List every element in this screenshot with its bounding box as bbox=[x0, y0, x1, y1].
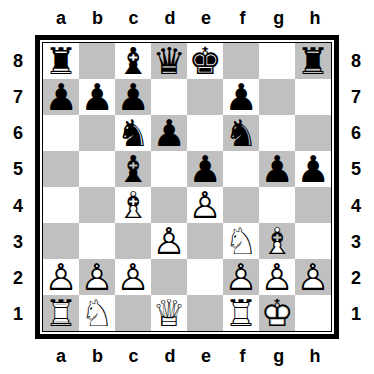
square-h7[interactable] bbox=[295, 79, 331, 115]
white-knight-icon: ♞♘ bbox=[79, 295, 115, 331]
square-c7[interactable]: ♟ bbox=[115, 79, 151, 115]
square-c4[interactable]: ♝♗ bbox=[115, 187, 151, 223]
white-rook-icon: ♜♖ bbox=[223, 295, 259, 331]
file-label-top-h: h bbox=[297, 3, 333, 33]
square-f3[interactable]: ♞♘ bbox=[223, 223, 259, 259]
square-f5[interactable] bbox=[223, 151, 259, 187]
square-e2[interactable] bbox=[187, 259, 223, 295]
square-f1[interactable]: ♜♖ bbox=[223, 295, 259, 331]
square-g4[interactable] bbox=[259, 187, 295, 223]
square-d1[interactable]: ♛♕ bbox=[151, 295, 187, 331]
white-pawn-icon: ♟♙ bbox=[151, 223, 187, 259]
white-king-icon: ♚♔ bbox=[259, 295, 295, 331]
black-rook-glyph: ♜ bbox=[295, 43, 331, 79]
file-label-bottom-f: f bbox=[224, 341, 260, 371]
file-label-top-b: b bbox=[79, 3, 115, 33]
file-label-top-g: g bbox=[261, 3, 297, 33]
square-h4[interactable] bbox=[295, 187, 331, 223]
square-c6[interactable]: ♞ bbox=[115, 115, 151, 151]
rank-label-right-2: 2 bbox=[341, 261, 371, 297]
black-bishop-glyph: ♝ bbox=[115, 151, 151, 187]
square-e3[interactable] bbox=[187, 223, 223, 259]
square-a7[interactable]: ♟ bbox=[43, 79, 79, 115]
black-rook-icon: ♜ bbox=[295, 43, 331, 79]
white-knight-outline: ♘ bbox=[223, 223, 259, 259]
square-h3[interactable] bbox=[295, 223, 331, 259]
chess-diagram: abcdefgh abcdefgh 87654321 87654321 ♜♝♛♚… bbox=[0, 0, 374, 374]
square-d4[interactable] bbox=[151, 187, 187, 223]
black-queen-glyph: ♛ bbox=[151, 43, 187, 79]
black-queen-icon: ♛ bbox=[151, 43, 187, 79]
square-e4[interactable]: ♟♙ bbox=[187, 187, 223, 223]
square-d6[interactable]: ♟ bbox=[151, 115, 187, 151]
rank-label-right-7: 7 bbox=[341, 79, 371, 115]
rank-label-left-1: 1 bbox=[3, 297, 33, 333]
white-pawn-outline: ♙ bbox=[223, 259, 259, 295]
rank-label-right-8: 8 bbox=[341, 43, 371, 79]
square-a6[interactable] bbox=[43, 115, 79, 151]
black-pawn-icon: ♟ bbox=[79, 79, 115, 115]
black-bishop-glyph: ♝ bbox=[115, 43, 151, 79]
black-knight-glyph: ♞ bbox=[115, 115, 151, 151]
file-label-top-c: c bbox=[116, 3, 152, 33]
rank-label-right-1: 1 bbox=[341, 297, 371, 333]
black-pawn-glyph: ♟ bbox=[115, 79, 151, 115]
white-knight-outline: ♘ bbox=[79, 295, 115, 331]
square-b5[interactable] bbox=[79, 151, 115, 187]
file-label-bottom-a: a bbox=[43, 341, 79, 371]
white-rook-outline: ♖ bbox=[43, 295, 79, 331]
rank-label-left-7: 7 bbox=[3, 79, 33, 115]
square-c1[interactable] bbox=[115, 295, 151, 331]
file-label-top-f: f bbox=[224, 3, 260, 33]
square-a8[interactable]: ♜ bbox=[43, 43, 79, 79]
rank-label-left-6: 6 bbox=[3, 116, 33, 152]
square-f8[interactable] bbox=[223, 43, 259, 79]
black-bishop-icon: ♝ bbox=[115, 151, 151, 187]
white-pawn-icon: ♟♙ bbox=[187, 187, 223, 223]
square-e7[interactable] bbox=[187, 79, 223, 115]
rank-label-left-2: 2 bbox=[3, 261, 33, 297]
black-pawn-glyph: ♟ bbox=[151, 115, 187, 151]
square-d3[interactable]: ♟♙ bbox=[151, 223, 187, 259]
black-pawn-icon: ♟ bbox=[151, 115, 187, 151]
rank-label-left-3: 3 bbox=[3, 224, 33, 260]
file-label-top-a: a bbox=[43, 3, 79, 33]
square-g2[interactable]: ♟♙ bbox=[259, 259, 295, 295]
white-rook-icon: ♜♖ bbox=[43, 295, 79, 331]
file-label-bottom-c: c bbox=[116, 341, 152, 371]
rank-labels-left: 87654321 bbox=[3, 43, 33, 333]
black-pawn-glyph: ♟ bbox=[79, 79, 115, 115]
black-knight-glyph: ♞ bbox=[223, 115, 259, 151]
square-e5[interactable]: ♟ bbox=[187, 151, 223, 187]
black-bishop-icon: ♝ bbox=[115, 43, 151, 79]
rank-label-left-8: 8 bbox=[3, 43, 33, 79]
white-pawn-outline: ♙ bbox=[79, 259, 115, 295]
rank-label-right-4: 4 bbox=[341, 188, 371, 224]
black-pawn-icon: ♟ bbox=[259, 151, 295, 187]
square-d5[interactable] bbox=[151, 151, 187, 187]
black-pawn-glyph: ♟ bbox=[187, 151, 223, 187]
white-pawn-icon: ♟♙ bbox=[79, 259, 115, 295]
rank-labels-right: 87654321 bbox=[341, 43, 371, 333]
square-h8[interactable]: ♜ bbox=[295, 43, 331, 79]
square-a1[interactable]: ♜♖ bbox=[43, 295, 79, 331]
square-h6[interactable] bbox=[295, 115, 331, 151]
black-pawn-glyph: ♟ bbox=[43, 79, 79, 115]
white-bishop-icon: ♝♗ bbox=[115, 187, 151, 223]
square-a5[interactable] bbox=[43, 151, 79, 187]
square-c8[interactable]: ♝ bbox=[115, 43, 151, 79]
square-d2[interactable] bbox=[151, 259, 187, 295]
rank-label-left-5: 5 bbox=[3, 152, 33, 188]
black-pawn-icon: ♟ bbox=[187, 151, 223, 187]
white-pawn-outline: ♙ bbox=[43, 259, 79, 295]
square-b6[interactable] bbox=[79, 115, 115, 151]
square-d7[interactable] bbox=[151, 79, 187, 115]
white-knight-icon: ♞♘ bbox=[223, 223, 259, 259]
square-c3[interactable] bbox=[115, 223, 151, 259]
square-c2[interactable]: ♟♙ bbox=[115, 259, 151, 295]
file-label-bottom-g: g bbox=[261, 341, 297, 371]
white-queen-icon: ♛♕ bbox=[151, 295, 187, 331]
black-rook-icon: ♜ bbox=[43, 43, 79, 79]
black-king-glyph: ♚ bbox=[187, 43, 223, 79]
square-g8[interactable] bbox=[259, 43, 295, 79]
square-g7[interactable] bbox=[259, 79, 295, 115]
black-king-icon: ♚ bbox=[187, 43, 223, 79]
black-knight-icon: ♞ bbox=[115, 115, 151, 151]
square-h1[interactable] bbox=[295, 295, 331, 331]
white-pawn-outline: ♙ bbox=[151, 223, 187, 259]
white-pawn-icon: ♟♙ bbox=[295, 259, 331, 295]
white-queen-outline: ♕ bbox=[151, 295, 187, 331]
square-b3[interactable] bbox=[79, 223, 115, 259]
white-rook-outline: ♖ bbox=[223, 295, 259, 331]
square-b1[interactable]: ♞♘ bbox=[79, 295, 115, 331]
black-pawn-icon: ♟ bbox=[115, 79, 151, 115]
file-label-bottom-h: h bbox=[297, 341, 333, 371]
black-pawn-icon: ♟ bbox=[43, 79, 79, 115]
file-labels-top: abcdefgh bbox=[43, 3, 333, 33]
square-d8[interactable]: ♛ bbox=[151, 43, 187, 79]
file-label-bottom-e: e bbox=[188, 341, 224, 371]
square-b2[interactable]: ♟♙ bbox=[79, 259, 115, 295]
rank-label-left-4: 4 bbox=[3, 188, 33, 224]
file-labels-bottom: abcdefgh bbox=[43, 341, 333, 371]
square-e1[interactable] bbox=[187, 295, 223, 331]
white-pawn-outline: ♙ bbox=[187, 187, 223, 223]
chess-board: ♜♝♛♚♜♟♟♟♟♞♟♞♝♟♟♟♝♗♟♙♟♙♞♘♝♗♟♙♟♙♟♙♟♙♟♙♟♙♜♖… bbox=[42, 42, 332, 332]
square-h5[interactable]: ♟ bbox=[295, 151, 331, 187]
square-g1[interactable]: ♚♔ bbox=[259, 295, 295, 331]
square-a4[interactable] bbox=[43, 187, 79, 223]
square-a3[interactable] bbox=[43, 223, 79, 259]
white-pawn-icon: ♟♙ bbox=[115, 259, 151, 295]
file-label-top-e: e bbox=[188, 3, 224, 33]
square-f6[interactable]: ♞ bbox=[223, 115, 259, 151]
file-label-bottom-d: d bbox=[152, 341, 188, 371]
white-bishop-outline: ♗ bbox=[259, 223, 295, 259]
white-king-outline: ♔ bbox=[259, 295, 295, 331]
black-pawn-icon: ♟ bbox=[295, 151, 331, 187]
square-g6[interactable] bbox=[259, 115, 295, 151]
black-rook-glyph: ♜ bbox=[43, 43, 79, 79]
rank-label-right-5: 5 bbox=[341, 152, 371, 188]
rank-label-right-3: 3 bbox=[341, 224, 371, 260]
square-e8[interactable]: ♚ bbox=[187, 43, 223, 79]
square-g3[interactable]: ♝♗ bbox=[259, 223, 295, 259]
file-label-top-d: d bbox=[152, 3, 188, 33]
white-pawn-icon: ♟♙ bbox=[43, 259, 79, 295]
square-b4[interactable] bbox=[79, 187, 115, 223]
square-b7[interactable]: ♟ bbox=[79, 79, 115, 115]
rank-label-right-6: 6 bbox=[341, 116, 371, 152]
square-e6[interactable] bbox=[187, 115, 223, 151]
white-bishop-icon: ♝♗ bbox=[259, 223, 295, 259]
white-pawn-outline: ♙ bbox=[115, 259, 151, 295]
square-f7[interactable]: ♟ bbox=[223, 79, 259, 115]
black-pawn-glyph: ♟ bbox=[223, 79, 259, 115]
black-pawn-glyph: ♟ bbox=[259, 151, 295, 187]
white-pawn-icon: ♟♙ bbox=[223, 259, 259, 295]
white-pawn-icon: ♟♙ bbox=[259, 259, 295, 295]
black-knight-icon: ♞ bbox=[223, 115, 259, 151]
white-pawn-outline: ♙ bbox=[295, 259, 331, 295]
black-pawn-glyph: ♟ bbox=[295, 151, 331, 187]
square-f4[interactable] bbox=[223, 187, 259, 223]
square-c5[interactable]: ♝ bbox=[115, 151, 151, 187]
white-pawn-outline: ♙ bbox=[259, 259, 295, 295]
square-a2[interactable]: ♟♙ bbox=[43, 259, 79, 295]
square-f2[interactable]: ♟♙ bbox=[223, 259, 259, 295]
white-bishop-outline: ♗ bbox=[115, 187, 151, 223]
black-pawn-icon: ♟ bbox=[223, 79, 259, 115]
square-h2[interactable]: ♟♙ bbox=[295, 259, 331, 295]
square-b8[interactable] bbox=[79, 43, 115, 79]
file-label-bottom-b: b bbox=[79, 341, 115, 371]
board-frame: ♜♝♛♚♜♟♟♟♟♞♟♞♝♟♟♟♝♗♟♙♟♙♞♘♝♗♟♙♟♙♟♙♟♙♟♙♟♙♜♖… bbox=[35, 35, 339, 339]
square-g5[interactable]: ♟ bbox=[259, 151, 295, 187]
